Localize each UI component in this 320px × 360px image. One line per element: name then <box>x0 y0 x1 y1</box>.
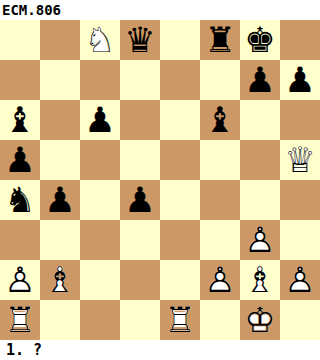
piece-white-knight: ♞♘ <box>80 20 120 60</box>
square-d6[interactable] <box>120 100 160 140</box>
square-c7[interactable] <box>80 60 120 100</box>
piece-white-bishop: ♝♗ <box>240 260 280 300</box>
piece-white-pawn: ♟♙ <box>200 260 240 300</box>
piece-black-pawn: ♟ <box>40 180 80 220</box>
square-d5[interactable] <box>120 140 160 180</box>
square-e6[interactable] <box>160 100 200 140</box>
square-e1[interactable]: ♜♖ <box>160 300 200 340</box>
square-g1[interactable]: ♚♔ <box>240 300 280 340</box>
square-c3[interactable] <box>80 220 120 260</box>
piece-black-pawn: ♟ <box>280 60 320 100</box>
square-c8[interactable]: ♞♘ <box>80 20 120 60</box>
square-d2[interactable] <box>120 260 160 300</box>
piece-black-pawn: ♟ <box>120 180 160 220</box>
piece-white-rook: ♜♖ <box>160 300 200 340</box>
square-b8[interactable] <box>40 20 80 60</box>
square-f1[interactable] <box>200 300 240 340</box>
square-g2[interactable]: ♝♗ <box>240 260 280 300</box>
square-a6[interactable]: ♝ <box>0 100 40 140</box>
square-b5[interactable] <box>40 140 80 180</box>
piece-white-rook: ♜♖ <box>0 300 40 340</box>
square-f2[interactable]: ♟♙ <box>200 260 240 300</box>
square-h1[interactable] <box>280 300 320 340</box>
piece-black-pawn: ♟ <box>80 100 120 140</box>
square-a3[interactable] <box>0 220 40 260</box>
piece-black-queen: ♛ <box>120 20 160 60</box>
square-a8[interactable] <box>0 20 40 60</box>
square-a4[interactable]: ♞ <box>0 180 40 220</box>
square-g8[interactable]: ♚ <box>240 20 280 60</box>
square-c2[interactable] <box>80 260 120 300</box>
square-e5[interactable] <box>160 140 200 180</box>
piece-white-pawn: ♟♙ <box>280 260 320 300</box>
piece-black-knight: ♞ <box>0 180 40 220</box>
square-a7[interactable] <box>0 60 40 100</box>
square-d3[interactable] <box>120 220 160 260</box>
square-g5[interactable] <box>240 140 280 180</box>
square-h5[interactable]: ♛♕ <box>280 140 320 180</box>
square-f7[interactable] <box>200 60 240 100</box>
piece-white-queen: ♛♕ <box>280 140 320 180</box>
square-b7[interactable] <box>40 60 80 100</box>
piece-black-king: ♚ <box>240 20 280 60</box>
chess-board: ♞♘♛♜♚♟♟♝♟♝♟♛♕♞♟♟♟♙♟♙♝♗♟♙♝♗♟♙♜♖♜♖♚♔ <box>0 20 320 340</box>
square-h3[interactable] <box>280 220 320 260</box>
square-h2[interactable]: ♟♙ <box>280 260 320 300</box>
piece-white-bishop: ♝♗ <box>40 260 80 300</box>
square-f5[interactable] <box>200 140 240 180</box>
piece-white-pawn: ♟♙ <box>0 260 40 300</box>
square-d8[interactable]: ♛ <box>120 20 160 60</box>
title-bar: ECM.806 <box>0 0 320 20</box>
square-b4[interactable]: ♟ <box>40 180 80 220</box>
square-e3[interactable] <box>160 220 200 260</box>
piece-black-pawn: ♟ <box>0 140 40 180</box>
square-b2[interactable]: ♝♗ <box>40 260 80 300</box>
piece-black-bishop: ♝ <box>200 100 240 140</box>
square-c5[interactable] <box>80 140 120 180</box>
square-d1[interactable] <box>120 300 160 340</box>
square-b3[interactable] <box>40 220 80 260</box>
square-g6[interactable] <box>240 100 280 140</box>
piece-white-pawn: ♟♙ <box>240 220 280 260</box>
square-h7[interactable]: ♟ <box>280 60 320 100</box>
square-f6[interactable]: ♝ <box>200 100 240 140</box>
piece-black-rook: ♜ <box>200 20 240 60</box>
square-f8[interactable]: ♜ <box>200 20 240 60</box>
prompt-bar: 1. ? <box>0 340 320 360</box>
square-h6[interactable] <box>280 100 320 140</box>
square-g3[interactable]: ♟♙ <box>240 220 280 260</box>
square-h8[interactable] <box>280 20 320 60</box>
square-h4[interactable] <box>280 180 320 220</box>
move-prompt: 1. ? <box>0 341 42 359</box>
square-b6[interactable] <box>40 100 80 140</box>
square-b1[interactable] <box>40 300 80 340</box>
square-c1[interactable] <box>80 300 120 340</box>
square-c4[interactable] <box>80 180 120 220</box>
square-c6[interactable]: ♟ <box>80 100 120 140</box>
square-g4[interactable] <box>240 180 280 220</box>
square-f4[interactable] <box>200 180 240 220</box>
piece-black-bishop: ♝ <box>0 100 40 140</box>
square-a1[interactable]: ♜♖ <box>0 300 40 340</box>
square-g7[interactable]: ♟ <box>240 60 280 100</box>
square-a5[interactable]: ♟ <box>0 140 40 180</box>
piece-black-pawn: ♟ <box>240 60 280 100</box>
square-d7[interactable] <box>120 60 160 100</box>
square-d4[interactable]: ♟ <box>120 180 160 220</box>
square-e2[interactable] <box>160 260 200 300</box>
square-e8[interactable] <box>160 20 200 60</box>
square-f3[interactable] <box>200 220 240 260</box>
square-e4[interactable] <box>160 180 200 220</box>
square-e7[interactable] <box>160 60 200 100</box>
page-title: ECM.806 <box>0 2 61 18</box>
piece-white-king: ♚♔ <box>240 300 280 340</box>
square-a2[interactable]: ♟♙ <box>0 260 40 300</box>
